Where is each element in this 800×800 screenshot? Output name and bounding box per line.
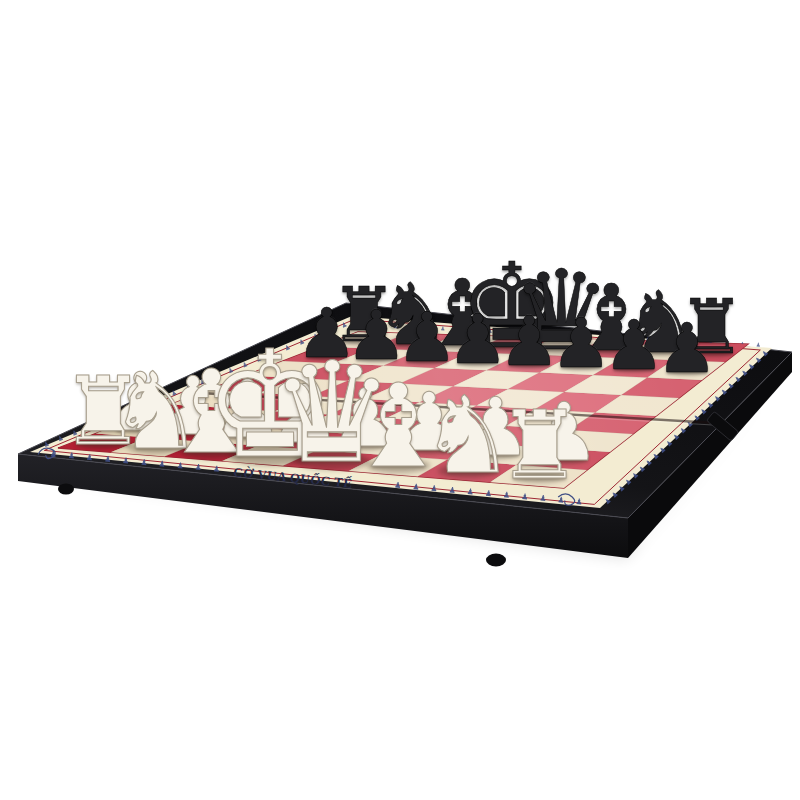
board-foot [58,484,74,495]
border-ornament-icon: ♟ [67,451,75,461]
border-ornament-icon: ♟ [598,333,603,339]
border-ornament-icon: ♟ [456,326,461,332]
border-ornament-icon: ♟ [140,458,148,468]
border-ornament-icon: ♟ [472,327,477,333]
border-ornament-icon: ♟ [582,333,587,339]
border-ornament-icon: ♟ [521,492,529,502]
border-ornament-icon: ♟ [86,453,94,463]
border-ornament-icon: ♟ [194,463,202,473]
border-ornament-icon: ♟ [176,461,184,471]
border-ornament-icon: ♟ [566,332,571,338]
border-ornament-icon: ♟ [122,456,130,466]
border-ornament-icon: ♟ [487,328,492,334]
border-ornament-icon: ♟ [551,331,556,337]
border-ornament-icon: ♟ [485,489,493,499]
border-ornament-icon: ♟ [539,494,547,504]
border-ornament-icon: ♟ [503,329,508,335]
border-ornament-icon: ♟ [104,454,112,464]
border-ornament-icon: ♟ [424,324,429,330]
product-photo-scene: ♟♟♟♟♟♟♟♟♟♟♟♟♟♟♟♟♟♟♟♟♟♟♟♟♟♟♟♟♟♟♟♟♟♟♟♟♟♟♟♟… [0,0,800,800]
border-ornament-icon: ♟ [361,321,366,327]
border-ornament-icon: ♟ [430,484,438,494]
border-ornament-icon: ♟ [213,464,221,474]
border-ornament-icon: ♟ [412,482,420,492]
border-ornament-icon: ♟ [409,324,414,330]
border-ornament-icon: ♟ [756,341,761,347]
border-ornament-icon: ♟ [448,486,456,496]
border-ornament-icon: ♟ [535,330,540,336]
board-foot [486,554,506,567]
border-ornament-icon: ♟ [377,322,382,328]
border-ornament-icon: ♟ [466,487,474,497]
border-ornament-icon: ♟ [614,334,619,340]
border-ornament-icon: ♟ [158,459,166,469]
border-ornament-icon: ♟ [393,323,398,329]
border-ornament-icon: ♟ [394,481,402,491]
border-ornament-icon: ♟ [575,497,583,507]
border-ornament-icon: ♟ [519,329,524,335]
chess-board: ♟♟♟♟♟♟♟♟♟♟♟♟♟♟♟♟♟♟♟♟♟♟♟♟♟♟♟♟♟♟♟♟♟♟♟♟♟♟♟♟… [0,0,800,800]
border-ornament-icon: ♟ [503,490,511,500]
border-ornament-icon: ♟ [440,325,445,331]
